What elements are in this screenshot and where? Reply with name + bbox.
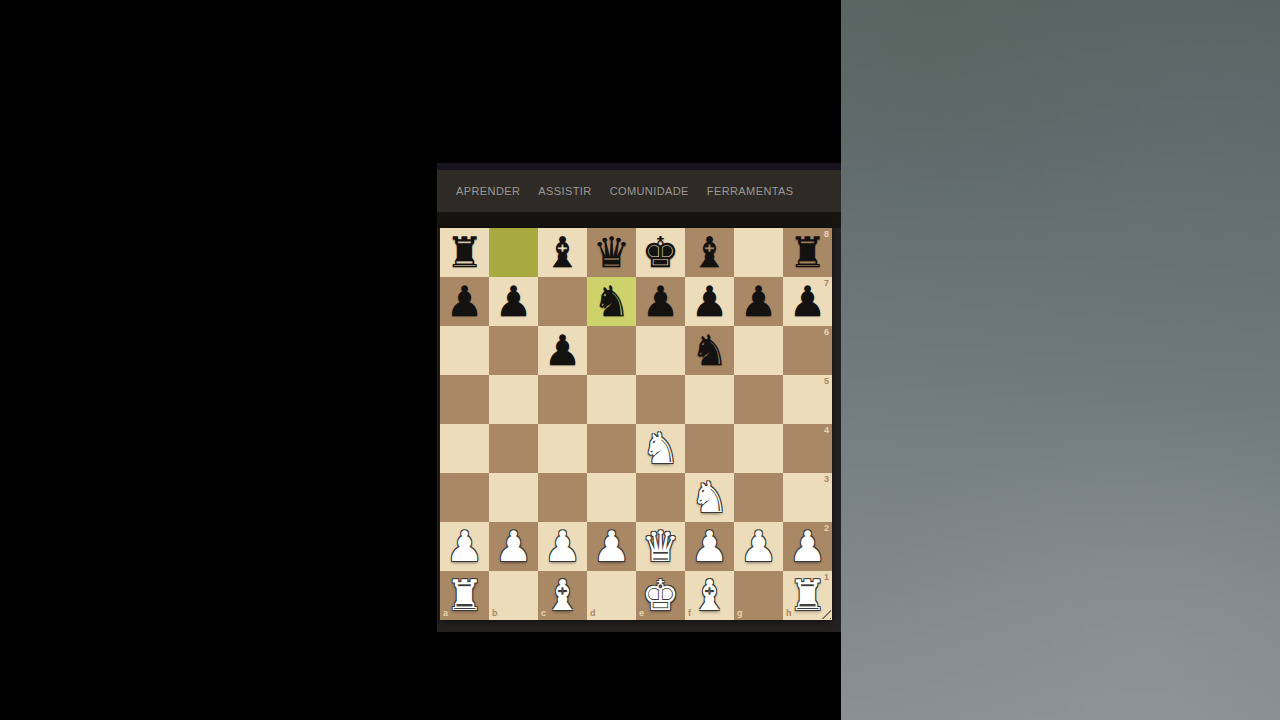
black-rook: ♜: [783, 228, 832, 277]
square-e3[interactable]: [636, 473, 685, 522]
rank-label-6: 6: [824, 328, 829, 337]
white-king: ♚: [636, 571, 685, 620]
square-d1[interactable]: d: [587, 571, 636, 620]
video-frame: APRENDER ASSISTIR COMUNIDADE FERRAMENTAS…: [0, 0, 1280, 720]
file-label-b: b: [492, 609, 498, 618]
square-g7[interactable]: ♟: [734, 277, 783, 326]
square-b2[interactable]: ♟: [489, 522, 538, 571]
square-g3[interactable]: [734, 473, 783, 522]
square-a2[interactable]: ♟: [440, 522, 489, 571]
white-rook: ♜: [783, 571, 832, 620]
black-pawn: ♟: [489, 277, 538, 326]
white-pawn: ♟: [538, 522, 587, 571]
square-g8[interactable]: [734, 228, 783, 277]
nav-item-assistir[interactable]: ASSISTIR: [538, 185, 591, 197]
white-knight: ♞: [685, 473, 734, 522]
square-a1[interactable]: a♜: [440, 571, 489, 620]
black-pawn: ♟: [685, 277, 734, 326]
black-king: ♚: [636, 228, 685, 277]
status-accent-strip: [437, 163, 841, 170]
square-c1[interactable]: c♝: [538, 571, 587, 620]
square-d3[interactable]: [587, 473, 636, 522]
white-pawn: ♟: [685, 522, 734, 571]
chess-board: ♜♝♛♚♝8♜♟♟♞♟♟♟7♟♟♞65♞4♞3♟♟♟♟♛♟♟2♟a♜bc♝de♚…: [440, 228, 832, 620]
file-label-d: d: [590, 609, 596, 618]
square-f5[interactable]: [685, 375, 734, 424]
square-c7[interactable]: [538, 277, 587, 326]
blurred-backdrop-right: [841, 0, 1280, 720]
square-b7[interactable]: ♟: [489, 277, 538, 326]
square-e1[interactable]: e♚: [636, 571, 685, 620]
square-e5[interactable]: [636, 375, 685, 424]
black-pawn: ♟: [734, 277, 783, 326]
square-a6[interactable]: [440, 326, 489, 375]
square-b6[interactable]: [489, 326, 538, 375]
bottom-letterbox: [437, 632, 841, 720]
white-pawn: ♟: [783, 522, 832, 571]
square-d4[interactable]: [587, 424, 636, 473]
rank-label-3: 3: [824, 475, 829, 484]
square-e7[interactable]: ♟: [636, 277, 685, 326]
white-pawn: ♟: [440, 522, 489, 571]
square-a5[interactable]: [440, 375, 489, 424]
square-g2[interactable]: ♟: [734, 522, 783, 571]
square-h3[interactable]: 3: [783, 473, 832, 522]
top-letterbox: [437, 0, 841, 163]
white-queen: ♛: [636, 522, 685, 571]
black-queen: ♛: [587, 228, 636, 277]
square-e8[interactable]: ♚: [636, 228, 685, 277]
square-c4[interactable]: [538, 424, 587, 473]
square-h4[interactable]: 4: [783, 424, 832, 473]
square-f1[interactable]: f♝: [685, 571, 734, 620]
square-b4[interactable]: [489, 424, 538, 473]
square-h6[interactable]: 6: [783, 326, 832, 375]
square-f6[interactable]: ♞: [685, 326, 734, 375]
nav-item-aprender[interactable]: APRENDER: [456, 185, 520, 197]
square-d2[interactable]: ♟: [587, 522, 636, 571]
square-h2[interactable]: 2♟: [783, 522, 832, 571]
square-g1[interactable]: g: [734, 571, 783, 620]
square-g5[interactable]: [734, 375, 783, 424]
blurred-backdrop-left: [0, 0, 437, 720]
white-rook: ♜: [440, 571, 489, 620]
nav-item-ferramentas[interactable]: FERRAMENTAS: [707, 185, 794, 197]
square-b5[interactable]: [489, 375, 538, 424]
square-e4[interactable]: ♞: [636, 424, 685, 473]
square-h8[interactable]: 8♜: [783, 228, 832, 277]
black-rook: ♜: [440, 228, 489, 277]
black-bishop: ♝: [538, 228, 587, 277]
square-h1[interactable]: 1h♜: [783, 571, 832, 620]
file-label-g: g: [737, 609, 743, 618]
square-b3[interactable]: [489, 473, 538, 522]
black-pawn: ♟: [538, 326, 587, 375]
square-g6[interactable]: [734, 326, 783, 375]
square-c2[interactable]: ♟: [538, 522, 587, 571]
black-pawn: ♟: [636, 277, 685, 326]
nav-item-comunidade[interactable]: COMUNIDADE: [610, 185, 689, 197]
site-navbar: APRENDER ASSISTIR COMUNIDADE FERRAMENTAS: [437, 170, 841, 212]
square-b8[interactable]: [489, 228, 538, 277]
square-g4[interactable]: [734, 424, 783, 473]
square-f8[interactable]: ♝: [685, 228, 734, 277]
square-e2[interactable]: ♛: [636, 522, 685, 571]
square-c8[interactable]: ♝: [538, 228, 587, 277]
square-f2[interactable]: ♟: [685, 522, 734, 571]
rank-label-5: 5: [824, 377, 829, 386]
white-pawn: ♟: [489, 522, 538, 571]
white-bishop: ♝: [538, 571, 587, 620]
square-f7[interactable]: ♟: [685, 277, 734, 326]
white-knight: ♞: [636, 424, 685, 473]
square-h7[interactable]: 7♟: [783, 277, 832, 326]
black-pawn: ♟: [783, 277, 832, 326]
square-c6[interactable]: ♟: [538, 326, 587, 375]
black-bishop: ♝: [685, 228, 734, 277]
square-f3[interactable]: ♞: [685, 473, 734, 522]
square-d6[interactable]: [587, 326, 636, 375]
square-d8[interactable]: ♛: [587, 228, 636, 277]
rank-label-4: 4: [824, 426, 829, 435]
square-b1[interactable]: b: [489, 571, 538, 620]
square-d5[interactable]: [587, 375, 636, 424]
square-a4[interactable]: [440, 424, 489, 473]
square-f4[interactable]: [685, 424, 734, 473]
square-a3[interactable]: [440, 473, 489, 522]
white-pawn: ♟: [734, 522, 783, 571]
black-knight: ♞: [685, 326, 734, 375]
black-pawn: ♟: [440, 277, 489, 326]
phone-screen-strip: APRENDER ASSISTIR COMUNIDADE FERRAMENTAS…: [437, 0, 841, 720]
square-a7[interactable]: ♟: [440, 277, 489, 326]
square-a8[interactable]: ♜: [440, 228, 489, 277]
black-knight: ♞: [587, 277, 636, 326]
square-c3[interactable]: [538, 473, 587, 522]
square-d7[interactable]: ♞: [587, 277, 636, 326]
square-h5[interactable]: 5: [783, 375, 832, 424]
white-pawn: ♟: [587, 522, 636, 571]
square-e6[interactable]: [636, 326, 685, 375]
page-content: ♜♝♛♚♝8♜♟♟♞♟♟♟7♟♟♞65♞4♞3♟♟♟♟♛♟♟2♟a♜bc♝de♚…: [437, 212, 841, 632]
square-c5[interactable]: [538, 375, 587, 424]
white-bishop: ♝: [685, 571, 734, 620]
